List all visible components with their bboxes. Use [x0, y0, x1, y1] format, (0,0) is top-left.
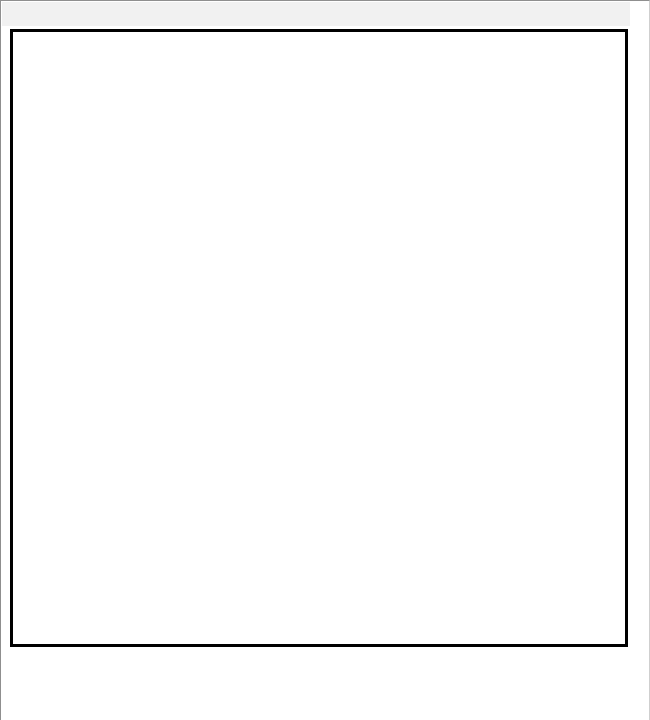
footer — [37, 673, 109, 693]
sudoku-board — [10, 29, 628, 647]
top-bar — [2, 2, 630, 26]
page — [0, 0, 650, 720]
